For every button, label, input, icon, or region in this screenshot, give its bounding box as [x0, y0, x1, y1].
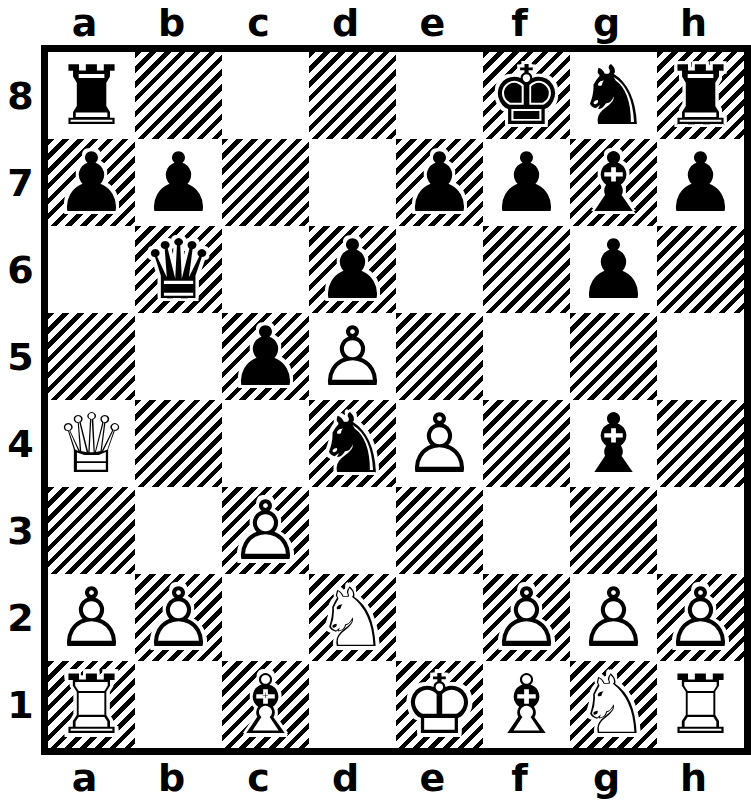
rank-label-6: 6: [0, 226, 41, 313]
square-f2: ♟♙: [483, 574, 570, 661]
square-g4: ♝: [570, 400, 657, 487]
square-e3: [396, 487, 483, 574]
square-f8: ♚: [483, 52, 570, 139]
rank-label-1: 1: [0, 661, 41, 748]
square-g8: ♞: [570, 52, 657, 139]
square-g7: ♝: [570, 139, 657, 226]
file-label-top-d: d: [302, 0, 389, 45]
square-b5: [135, 313, 222, 400]
square-h2: ♟♙: [657, 574, 744, 661]
square-a6: [48, 226, 135, 313]
piece-black-knight-d4: ♞: [309, 400, 396, 487]
square-e2: [396, 574, 483, 661]
square-g3: [570, 487, 657, 574]
square-c1: ♝♗: [222, 661, 309, 748]
square-d8: [309, 52, 396, 139]
file-labels-bottom: abcdefgh: [41, 755, 751, 801]
square-h7: ♟: [657, 139, 744, 226]
square-f5: [483, 313, 570, 400]
square-f4: [483, 400, 570, 487]
square-e1: ♚♔: [396, 661, 483, 748]
piece-white-pawn-a2: ♙: [48, 574, 135, 661]
square-h1: ♜♖: [657, 661, 744, 748]
square-a1: ♜♖: [48, 661, 135, 748]
piece-black-pawn-f7: ♟: [483, 139, 570, 226]
square-c8: [222, 52, 309, 139]
piece-black-bishop-g7: ♝: [570, 139, 657, 226]
piece-black-rook-a8: ♜: [48, 52, 135, 139]
square-g1: ♞♘: [570, 661, 657, 748]
piece-white-pawn-b2: ♙: [135, 574, 222, 661]
square-h3: [657, 487, 744, 574]
rank-label-4: 4: [0, 400, 41, 487]
square-d2: ♞♘: [309, 574, 396, 661]
square-d6: ♟: [309, 226, 396, 313]
piece-black-pawn-c5: ♟: [222, 313, 309, 400]
square-e4: ♟♙: [396, 400, 483, 487]
square-a7: ♟: [48, 139, 135, 226]
square-b7: ♟: [135, 139, 222, 226]
square-f6: [483, 226, 570, 313]
square-d4: ♞: [309, 400, 396, 487]
piece-white-knight-g1: ♘: [570, 661, 657, 748]
square-g6: ♟: [570, 226, 657, 313]
square-b1: [135, 661, 222, 748]
file-label-bottom-d: d: [302, 755, 389, 801]
piece-black-queen-b6: ♛: [135, 226, 222, 313]
piece-black-rook-h8: ♜: [657, 52, 744, 139]
square-h6: [657, 226, 744, 313]
square-c2: [222, 574, 309, 661]
rank-labels-left: 87654321: [0, 52, 41, 755]
file-label-top-h: h: [650, 0, 737, 45]
square-e8: [396, 52, 483, 139]
piece-white-pawn-d5: ♙: [309, 313, 396, 400]
square-e5: [396, 313, 483, 400]
piece-white-pawn-c3: ♙: [222, 487, 309, 574]
file-label-bottom-a: a: [41, 755, 128, 801]
chess-diagram-page: abcdefgh 87654321 ♜♚♞♜♟♟♟♟♝♟♛♟♟♟♟♙♛♕♞♟♙♝…: [0, 0, 751, 808]
rank-label-7: 7: [0, 139, 41, 226]
square-a3: [48, 487, 135, 574]
square-b6: ♛: [135, 226, 222, 313]
file-label-top-f: f: [476, 0, 563, 45]
square-c4: [222, 400, 309, 487]
piece-white-pawn-g2: ♙: [570, 574, 657, 661]
square-h5: [657, 313, 744, 400]
piece-white-pawn-e4: ♙: [396, 400, 483, 487]
rank-label-5: 5: [0, 313, 41, 400]
piece-white-knight-d2: ♘: [309, 574, 396, 661]
square-d3: [309, 487, 396, 574]
square-b4: [135, 400, 222, 487]
square-g5: [570, 313, 657, 400]
square-c5: ♟: [222, 313, 309, 400]
square-c6: [222, 226, 309, 313]
piece-white-bishop-c1: ♗: [222, 661, 309, 748]
file-label-bottom-c: c: [215, 755, 302, 801]
file-label-top-c: c: [215, 0, 302, 45]
square-c3: ♟♙: [222, 487, 309, 574]
piece-white-rook-a1: ♖: [48, 661, 135, 748]
piece-black-knight-g8: ♞: [570, 52, 657, 139]
file-label-top-a: a: [41, 0, 128, 45]
piece-black-king-f8: ♚: [483, 52, 570, 139]
piece-white-king-e1: ♔: [396, 661, 483, 748]
piece-white-bishop-f1: ♗: [483, 661, 570, 748]
chess-board: ♜♚♞♜♟♟♟♟♝♟♛♟♟♟♟♙♛♕♞♟♙♝♟♙♟♙♟♙♞♘♟♙♟♙♟♙♜♖♝♗…: [48, 52, 744, 748]
square-a4: ♛♕: [48, 400, 135, 487]
file-label-top-e: e: [389, 0, 476, 45]
file-label-bottom-b: b: [128, 755, 215, 801]
file-label-top-g: g: [563, 0, 650, 45]
square-a8: ♜: [48, 52, 135, 139]
piece-black-pawn-h7: ♟: [657, 139, 744, 226]
square-b3: [135, 487, 222, 574]
piece-black-pawn-d6: ♟: [309, 226, 396, 313]
file-label-top-b: b: [128, 0, 215, 45]
piece-black-bishop-g4: ♝: [570, 400, 657, 487]
piece-white-pawn-f2: ♙: [483, 574, 570, 661]
square-h8: ♜: [657, 52, 744, 139]
square-a2: ♟♙: [48, 574, 135, 661]
piece-white-pawn-h2: ♙: [657, 574, 744, 661]
square-e7: ♟: [396, 139, 483, 226]
file-labels-top: abcdefgh: [41, 0, 751, 45]
file-label-bottom-f: f: [476, 755, 563, 801]
square-a5: [48, 313, 135, 400]
square-d1: [309, 661, 396, 748]
piece-white-rook-h1: ♖: [657, 661, 744, 748]
square-f7: ♟: [483, 139, 570, 226]
square-d7: [309, 139, 396, 226]
rank-label-8: 8: [0, 52, 41, 139]
rank-label-3: 3: [0, 487, 41, 574]
piece-black-pawn-e7: ♟: [396, 139, 483, 226]
square-g2: ♟♙: [570, 574, 657, 661]
square-c7: [222, 139, 309, 226]
square-d5: ♟♙: [309, 313, 396, 400]
file-label-bottom-e: e: [389, 755, 476, 801]
square-f1: ♝♗: [483, 661, 570, 748]
square-b2: ♟♙: [135, 574, 222, 661]
square-h4: [657, 400, 744, 487]
chess-board-frame: ♜♚♞♜♟♟♟♟♝♟♛♟♟♟♟♙♛♕♞♟♙♝♟♙♟♙♟♙♞♘♟♙♟♙♟♙♜♖♝♗…: [41, 45, 751, 755]
file-label-bottom-h: h: [650, 755, 737, 801]
square-e6: [396, 226, 483, 313]
piece-black-pawn-g6: ♟: [570, 226, 657, 313]
square-b8: [135, 52, 222, 139]
file-label-bottom-g: g: [563, 755, 650, 801]
rank-label-2: 2: [0, 574, 41, 661]
piece-black-pawn-b7: ♟: [135, 139, 222, 226]
board-with-rank-labels: 87654321 ♜♚♞♜♟♟♟♟♝♟♛♟♟♟♟♙♛♕♞♟♙♝♟♙♟♙♟♙♞♘♟…: [0, 45, 751, 755]
piece-white-queen-a4: ♕: [48, 400, 135, 487]
square-f3: [483, 487, 570, 574]
piece-black-pawn-a7: ♟: [48, 139, 135, 226]
